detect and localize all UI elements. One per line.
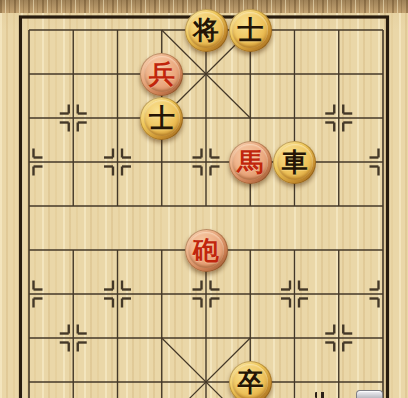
piece-black-chariot[interactable]: 車 bbox=[273, 141, 316, 184]
cutoff-bottom-button[interactable] bbox=[356, 390, 383, 398]
piece-glyph: 砲 bbox=[193, 237, 219, 263]
piece-red-soldier[interactable]: 兵 bbox=[140, 53, 183, 96]
piece-black-advisor-2[interactable]: 士 bbox=[140, 97, 183, 140]
piece-glyph: 士 bbox=[149, 105, 175, 131]
cutoff-bottom-mark bbox=[315, 392, 327, 398]
piece-glyph: 車 bbox=[282, 149, 308, 175]
xiangqi-board[interactable] bbox=[0, 0, 408, 398]
piece-red-horse[interactable]: 馬 bbox=[229, 141, 272, 184]
piece-glyph: 馬 bbox=[237, 149, 263, 175]
piece-glyph: 卒 bbox=[237, 369, 263, 395]
piece-black-general[interactable]: 将 bbox=[185, 9, 228, 52]
piece-black-advisor-1[interactable]: 士 bbox=[229, 9, 272, 52]
xiangqi-screen: 将士兵士馬車砲卒 bbox=[0, 0, 408, 398]
piece-glyph: 将 bbox=[193, 17, 219, 43]
piece-glyph: 兵 bbox=[149, 61, 175, 87]
piece-glyph: 士 bbox=[237, 17, 263, 43]
piece-red-cannon[interactable]: 砲 bbox=[185, 229, 228, 272]
piece-black-soldier[interactable]: 卒 bbox=[229, 361, 272, 398]
